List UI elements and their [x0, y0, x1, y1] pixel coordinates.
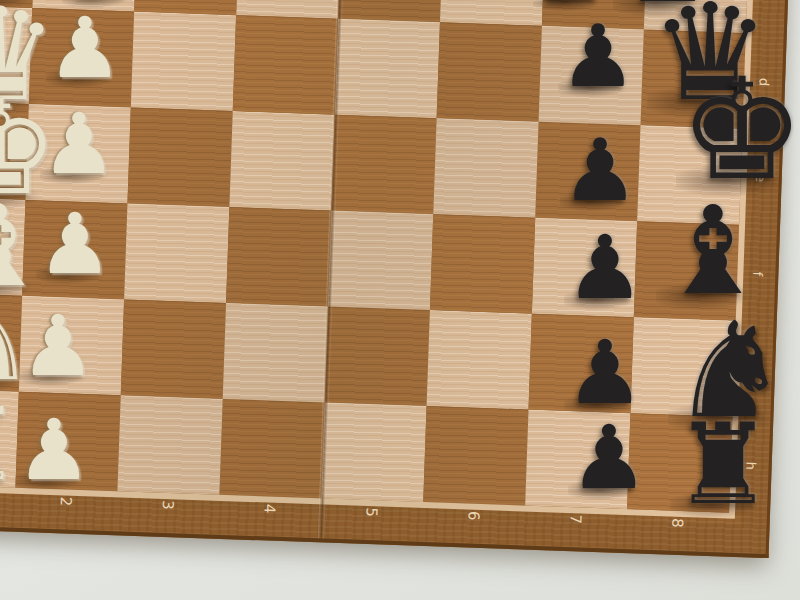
square-d7 — [539, 26, 644, 126]
file-label-e: e — [743, 129, 778, 226]
rank-label-4: 4 — [219, 498, 322, 520]
rank-label-3: 3 — [117, 494, 220, 516]
square-d5 — [335, 19, 440, 119]
file-label-d: d — [746, 33, 781, 130]
square-d4 — [233, 15, 338, 115]
square-f8 — [634, 221, 739, 321]
square-f5 — [328, 211, 433, 311]
square-d2 — [29, 8, 134, 108]
file-label-c: c — [750, 0, 785, 34]
square-g7 — [529, 314, 634, 414]
file-label-f: f — [740, 225, 775, 322]
square-e8 — [637, 125, 742, 225]
square-f6 — [430, 214, 535, 314]
square-c7 — [542, 0, 647, 29]
square-e5 — [331, 115, 436, 215]
square-h6 — [423, 406, 528, 506]
square-g2 — [19, 296, 124, 396]
rank-label-7: 7 — [524, 509, 627, 531]
square-g3 — [121, 299, 226, 399]
square-d1 — [0, 4, 32, 104]
file-label-g: g — [736, 321, 771, 418]
square-e1 — [0, 100, 29, 200]
square-c1 — [0, 0, 36, 8]
square-h8 — [627, 413, 732, 513]
rank-label-5: 5 — [321, 501, 424, 523]
square-h5 — [321, 402, 426, 502]
square-h4 — [219, 399, 324, 499]
photo-scene: 12345678 abcdefgh ♜♞♝♛♚♝♞♜♟♟♟♟♟♟♟♟♟♟♟♟♟♟… — [0, 0, 800, 600]
board-grid — [0, 0, 756, 513]
square-f7 — [532, 218, 637, 318]
file-label-h: h — [733, 417, 768, 514]
square-e7 — [535, 122, 640, 222]
square-e6 — [433, 118, 538, 218]
square-h7 — [525, 410, 630, 510]
rank-label-6: 6 — [422, 505, 525, 527]
square-e4 — [229, 111, 334, 211]
square-h2 — [15, 392, 120, 492]
square-f4 — [226, 207, 331, 307]
square-g5 — [325, 307, 430, 407]
square-d8 — [640, 29, 745, 129]
square-e2 — [26, 104, 131, 204]
square-f3 — [124, 203, 229, 303]
rank-label-8: 8 — [626, 512, 729, 534]
square-d6 — [437, 22, 542, 122]
square-d3 — [131, 12, 236, 112]
chess-board: 12345678 abcdefgh — [0, 0, 800, 600]
square-h3 — [117, 395, 222, 495]
square-f2 — [22, 200, 127, 300]
square-g6 — [427, 310, 532, 410]
square-g4 — [223, 303, 328, 403]
rank-label-2: 2 — [15, 491, 118, 513]
board-playing-area — [0, 0, 756, 513]
square-c8 — [644, 0, 749, 33]
square-e3 — [127, 108, 232, 208]
rank-label-1: 1 — [0, 487, 15, 509]
square-g8 — [630, 317, 735, 417]
